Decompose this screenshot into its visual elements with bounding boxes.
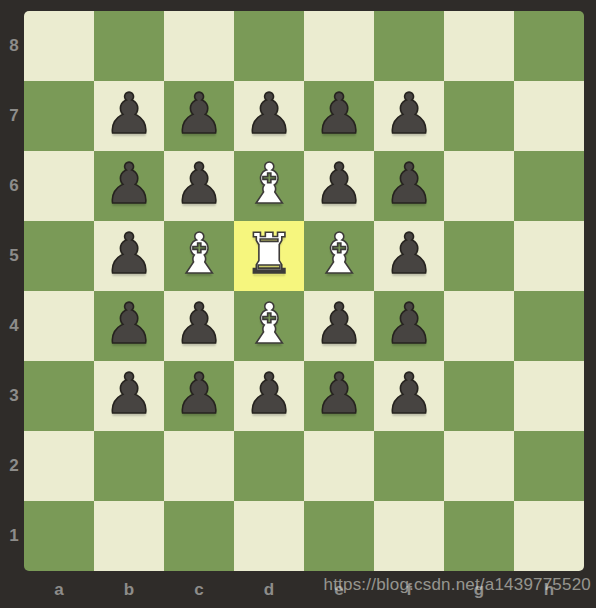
square-b6[interactable]: ♟ [94, 151, 164, 221]
rank-label-3: 3 [0, 361, 24, 431]
square-e6[interactable]: ♟ [304, 151, 374, 221]
square-c6[interactable]: ♟ [164, 151, 234, 221]
black-pawn-e6[interactable]: ♟ [304, 151, 374, 221]
rank-label-7: 7 [0, 81, 24, 151]
square-f2[interactable] [374, 431, 444, 501]
square-f4[interactable]: ♟ [374, 291, 444, 361]
square-h3[interactable] [514, 361, 584, 431]
file-label-g: g [444, 571, 514, 608]
square-c4[interactable]: ♟ [164, 291, 234, 361]
square-c2[interactable] [164, 431, 234, 501]
square-b1[interactable] [94, 501, 164, 571]
square-h4[interactable] [514, 291, 584, 361]
square-g3[interactable] [444, 361, 514, 431]
square-h6[interactable] [514, 151, 584, 221]
white-rook-d5[interactable]: ♜ [234, 221, 304, 291]
black-pawn-c3[interactable]: ♟ [164, 361, 234, 431]
square-a4[interactable] [24, 291, 94, 361]
black-pawn-b4[interactable]: ♟ [94, 291, 164, 361]
square-f6[interactable]: ♟ [374, 151, 444, 221]
black-pawn-e4[interactable]: ♟ [304, 291, 374, 361]
square-f3[interactable]: ♟ [374, 361, 444, 431]
square-g2[interactable] [444, 431, 514, 501]
white-bishop-e5[interactable]: ♝ [304, 221, 374, 291]
rank-label-4: 4 [0, 291, 24, 361]
square-c8[interactable] [164, 11, 234, 81]
file-label-f: f [374, 571, 444, 608]
black-pawn-f4[interactable]: ♟ [374, 291, 444, 361]
square-f7[interactable]: ♟ [374, 81, 444, 151]
square-e5[interactable]: ♝ [304, 221, 374, 291]
black-pawn-c6[interactable]: ♟ [164, 151, 234, 221]
square-e4[interactable]: ♟ [304, 291, 374, 361]
square-f8[interactable] [374, 11, 444, 81]
square-b7[interactable]: ♟ [94, 81, 164, 151]
rank-label-8: 8 [0, 11, 24, 81]
white-bishop-d6[interactable]: ♝ [234, 151, 304, 221]
square-b5[interactable]: ♟ [94, 221, 164, 291]
rank-labels: 87654321 [0, 11, 24, 571]
square-c1[interactable] [164, 501, 234, 571]
square-f1[interactable] [374, 501, 444, 571]
file-label-c: c [164, 571, 234, 608]
square-h5[interactable] [514, 221, 584, 291]
chess-board: ♟♟♟♟♟♟♟♝♟♟♟♝♜♝♟♟♟♝♟♟♟♟♟♟♟ [24, 11, 584, 571]
chess-app: 87654321 ♟♟♟♟♟♟♟♝♟♟♟♝♜♝♟♟♟♝♟♟♟♟♟♟♟ abcde… [0, 0, 596, 608]
black-pawn-b5[interactable]: ♟ [94, 221, 164, 291]
square-d2[interactable] [234, 431, 304, 501]
square-b8[interactable] [94, 11, 164, 81]
square-d1[interactable] [234, 501, 304, 571]
file-labels: abcdefgh [24, 571, 584, 608]
file-label-b: b [94, 571, 164, 608]
square-h8[interactable] [514, 11, 584, 81]
rank-label-6: 6 [0, 151, 24, 221]
square-e7[interactable]: ♟ [304, 81, 374, 151]
black-pawn-e3[interactable]: ♟ [304, 361, 374, 431]
square-a2[interactable] [24, 431, 94, 501]
square-d3[interactable]: ♟ [234, 361, 304, 431]
square-a1[interactable] [24, 501, 94, 571]
square-b3[interactable]: ♟ [94, 361, 164, 431]
square-d6[interactable]: ♝ [234, 151, 304, 221]
square-g5[interactable] [444, 221, 514, 291]
square-g7[interactable] [444, 81, 514, 151]
square-g8[interactable] [444, 11, 514, 81]
square-f5[interactable]: ♟ [374, 221, 444, 291]
rank-label-2: 2 [0, 431, 24, 501]
square-c5[interactable]: ♝ [164, 221, 234, 291]
black-pawn-b7[interactable]: ♟ [94, 81, 164, 151]
square-a8[interactable] [24, 11, 94, 81]
black-pawn-c4[interactable]: ♟ [164, 291, 234, 361]
square-h1[interactable] [514, 501, 584, 571]
rank-label-1: 1 [0, 501, 24, 571]
square-g1[interactable] [444, 501, 514, 571]
black-pawn-b3[interactable]: ♟ [94, 361, 164, 431]
square-b4[interactable]: ♟ [94, 291, 164, 361]
square-e3[interactable]: ♟ [304, 361, 374, 431]
square-e1[interactable] [304, 501, 374, 571]
black-pawn-e7[interactable]: ♟ [304, 81, 374, 151]
file-label-e: e [304, 571, 374, 608]
file-label-h: h [514, 571, 584, 608]
square-h7[interactable] [514, 81, 584, 151]
black-pawn-b6[interactable]: ♟ [94, 151, 164, 221]
square-e8[interactable] [304, 11, 374, 81]
square-g6[interactable] [444, 151, 514, 221]
square-d7[interactable]: ♟ [234, 81, 304, 151]
rank-label-5: 5 [0, 221, 24, 291]
white-bishop-c5[interactable]: ♝ [164, 221, 234, 291]
black-pawn-f3[interactable]: ♟ [374, 361, 444, 431]
square-d4[interactable]: ♝ [234, 291, 304, 361]
file-label-a: a [24, 571, 94, 608]
square-c3[interactable]: ♟ [164, 361, 234, 431]
square-a5[interactable] [24, 221, 94, 291]
black-pawn-f5[interactable]: ♟ [374, 221, 444, 291]
black-pawn-c7[interactable]: ♟ [164, 81, 234, 151]
square-c7[interactable]: ♟ [164, 81, 234, 151]
black-pawn-f6[interactable]: ♟ [374, 151, 444, 221]
square-g4[interactable] [444, 291, 514, 361]
square-d5[interactable]: ♜ [234, 221, 304, 291]
square-a7[interactable] [24, 81, 94, 151]
square-a3[interactable] [24, 361, 94, 431]
black-pawn-d7[interactable]: ♟ [234, 81, 304, 151]
file-label-d: d [234, 571, 304, 608]
square-e2[interactable] [304, 431, 374, 501]
square-a6[interactable] [24, 151, 94, 221]
square-h2[interactable] [514, 431, 584, 501]
black-pawn-f7[interactable]: ♟ [374, 81, 444, 151]
square-b2[interactable] [94, 431, 164, 501]
square-d8[interactable] [234, 11, 304, 81]
white-bishop-d4[interactable]: ♝ [234, 291, 304, 361]
black-pawn-d3[interactable]: ♟ [234, 361, 304, 431]
